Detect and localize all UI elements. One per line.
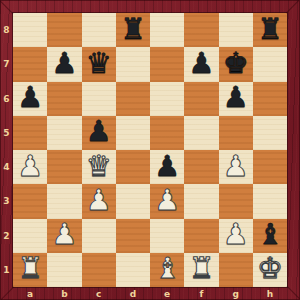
piece-white-pawn[interactable]: ♟ [223, 152, 249, 181]
square-g8[interactable] [219, 13, 253, 47]
rank-label-8: 8 [0, 13, 13, 47]
rank-label-5: 5 [0, 116, 13, 150]
piece-white-pawn[interactable]: ♟ [86, 186, 112, 215]
piece-black-king[interactable]: ♚ [223, 49, 249, 78]
piece-black-pawn[interactable]: ♟ [17, 83, 43, 112]
square-a4[interactable]: ♟ [13, 150, 47, 184]
piece-white-bishop[interactable]: ♝ [154, 254, 180, 283]
rank-label-7: 7 [0, 47, 13, 81]
square-g1[interactable] [219, 253, 253, 287]
rank-label-3: 3 [0, 184, 13, 218]
square-b5[interactable] [47, 116, 81, 150]
file-label-d: d [116, 287, 150, 300]
square-c5[interactable]: ♟ [82, 116, 116, 150]
piece-white-pawn[interactable]: ♟ [223, 220, 249, 249]
rank-label-6: 6 [0, 82, 13, 116]
square-h6[interactable] [253, 82, 287, 116]
piece-white-king[interactable]: ♚ [257, 254, 283, 283]
rank-label-4: 4 [0, 150, 13, 184]
square-a1[interactable]: ♜ [13, 253, 47, 287]
piece-black-pawn[interactable]: ♟ [223, 83, 249, 112]
piece-black-pawn[interactable]: ♟ [154, 152, 180, 181]
piece-white-pawn[interactable]: ♟ [51, 220, 77, 249]
file-labels: abcdefgh [13, 287, 287, 300]
square-a3[interactable] [13, 184, 47, 218]
square-g4[interactable]: ♟ [219, 150, 253, 184]
square-g5[interactable] [219, 116, 253, 150]
square-f6[interactable] [184, 82, 218, 116]
rank-labels: 87654321 [0, 13, 13, 287]
square-h3[interactable] [253, 184, 287, 218]
piece-black-rook[interactable]: ♜ [257, 15, 283, 44]
square-d5[interactable] [116, 116, 150, 150]
square-d8[interactable]: ♜ [116, 13, 150, 47]
file-label-f: f [184, 287, 218, 300]
square-e5[interactable] [150, 116, 184, 150]
square-d3[interactable] [116, 184, 150, 218]
piece-black-bishop[interactable]: ♝ [257, 220, 283, 249]
piece-white-rook[interactable]: ♜ [188, 254, 214, 283]
square-f4[interactable] [184, 150, 218, 184]
piece-white-rook[interactable]: ♜ [17, 254, 43, 283]
square-b6[interactable] [47, 82, 81, 116]
square-d7[interactable] [116, 47, 150, 81]
square-e1[interactable]: ♝ [150, 253, 184, 287]
file-label-b: b [47, 287, 81, 300]
square-b4[interactable] [47, 150, 81, 184]
square-f2[interactable] [184, 219, 218, 253]
rank-label-1: 1 [0, 253, 13, 287]
square-a8[interactable] [13, 13, 47, 47]
square-g6[interactable]: ♟ [219, 82, 253, 116]
square-e6[interactable] [150, 82, 184, 116]
square-d4[interactable] [116, 150, 150, 184]
chess-board: ♜♜♟♛♟♚♟♟♟♟♛♟♟♟♟♟♟♝♜♝♜♚ [13, 13, 287, 287]
file-label-c: c [82, 287, 116, 300]
square-b1[interactable] [47, 253, 81, 287]
square-c2[interactable] [82, 219, 116, 253]
frame-miter-top-right [286, 0, 300, 13]
piece-black-pawn[interactable]: ♟ [51, 49, 77, 78]
piece-black-pawn[interactable]: ♟ [86, 117, 112, 146]
square-d1[interactable] [116, 253, 150, 287]
square-c3[interactable]: ♟ [82, 184, 116, 218]
square-f7[interactable]: ♟ [184, 47, 218, 81]
square-f3[interactable] [184, 184, 218, 218]
square-h5[interactable] [253, 116, 287, 150]
square-c6[interactable] [82, 82, 116, 116]
square-c7[interactable]: ♛ [82, 47, 116, 81]
square-c1[interactable] [82, 253, 116, 287]
square-f5[interactable] [184, 116, 218, 150]
square-a5[interactable] [13, 116, 47, 150]
square-h4[interactable] [253, 150, 287, 184]
square-b8[interactable] [47, 13, 81, 47]
square-b2[interactable]: ♟ [47, 219, 81, 253]
file-label-e: e [150, 287, 184, 300]
square-c4[interactable]: ♛ [82, 150, 116, 184]
file-label-g: g [219, 287, 253, 300]
chess-board-frame: ♜♜♟♛♟♚♟♟♟♟♛♟♟♟♟♟♟♝♜♝♜♚ 87654321 abcdefgh [0, 0, 300, 300]
piece-white-pawn[interactable]: ♟ [17, 152, 43, 181]
square-e8[interactable] [150, 13, 184, 47]
piece-black-rook[interactable]: ♜ [120, 15, 146, 44]
square-h8[interactable]: ♜ [253, 13, 287, 47]
square-e7[interactable] [150, 47, 184, 81]
square-a6[interactable]: ♟ [13, 82, 47, 116]
file-label-h: h [253, 287, 287, 300]
square-e4[interactable]: ♟ [150, 150, 184, 184]
square-a7[interactable] [13, 47, 47, 81]
square-h1[interactable]: ♚ [253, 253, 287, 287]
piece-white-queen[interactable]: ♛ [86, 152, 112, 181]
square-c8[interactable] [82, 13, 116, 47]
square-d6[interactable] [116, 82, 150, 116]
square-g7[interactable]: ♚ [219, 47, 253, 81]
square-d2[interactable] [116, 219, 150, 253]
square-b3[interactable] [47, 184, 81, 218]
piece-white-pawn[interactable]: ♟ [154, 186, 180, 215]
square-b7[interactable]: ♟ [47, 47, 81, 81]
square-h2[interactable]: ♝ [253, 219, 287, 253]
square-e3[interactable]: ♟ [150, 184, 184, 218]
frame-miter-bottom-right [287, 286, 300, 300]
square-f8[interactable] [184, 13, 218, 47]
piece-black-pawn[interactable]: ♟ [188, 49, 214, 78]
square-f1[interactable]: ♜ [184, 253, 218, 287]
rank-label-2: 2 [0, 219, 13, 253]
square-g2[interactable]: ♟ [219, 219, 253, 253]
piece-black-queen[interactable]: ♛ [86, 49, 112, 78]
file-label-a: a [13, 287, 47, 300]
square-h7[interactable] [253, 47, 287, 81]
square-a2[interactable] [13, 219, 47, 253]
square-e2[interactable] [150, 219, 184, 253]
square-g3[interactable] [219, 184, 253, 218]
